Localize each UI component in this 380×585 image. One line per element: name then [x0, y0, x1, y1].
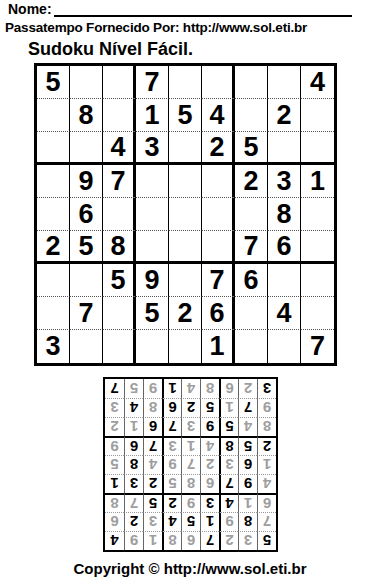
solution-cell-r7c9: 2 [105, 417, 124, 436]
puzzle-cell-r6c8: 6 [268, 231, 301, 264]
puzzle-cell-r9c2 [70, 330, 103, 363]
solution-cell-r6c3: 8 [219, 436, 238, 455]
puzzle-cell-r4c9: 1 [301, 165, 334, 198]
solution-cell-r5c1: 1 [257, 455, 276, 474]
puzzle-cell-r3c2 [70, 132, 103, 165]
puzzle-cell-r4c7: 2 [235, 165, 268, 198]
solution-cell-r6c8: 6 [124, 436, 143, 455]
puzzle-cell-r2c3 [103, 99, 136, 132]
puzzle-cell-r1c5 [169, 66, 202, 99]
solution-cell-r8c8: 4 [124, 398, 143, 417]
solution-cell-r5c2: 6 [238, 455, 257, 474]
solution-cell-r5c4: 2 [200, 455, 219, 474]
puzzle-cell-r4c8: 3 [268, 165, 301, 198]
puzzle-cell-r2c4: 1 [136, 99, 169, 132]
puzzle-cell-r9c7 [235, 330, 268, 363]
puzzle-cell-r2c5: 5 [169, 99, 202, 132]
solution-cell-r6c6: 3 [162, 436, 181, 455]
puzzle-cell-r1c4: 7 [136, 66, 169, 99]
puzzle-cell-r6c7: 7 [235, 231, 268, 264]
puzzle-cell-r7c9 [301, 264, 334, 297]
solution-cell-r5c6: 9 [162, 455, 181, 474]
solution-cell-r7c4: 9 [200, 417, 219, 436]
solution-cell-r1c1: 5 [257, 531, 276, 550]
solution-cell-r3c4: 3 [200, 493, 219, 512]
puzzle-cell-r7c1 [37, 264, 70, 297]
puzzle-cell-r3c5 [169, 132, 202, 165]
puzzle-cell-r6c6 [202, 231, 235, 264]
solution-cell-r4c3: 7 [219, 474, 238, 493]
solution-cell-r5c8: 8 [124, 455, 143, 474]
puzzle-cell-r5c1 [37, 198, 70, 231]
solution-cell-r9c6: 1 [162, 379, 181, 398]
puzzle-cell-r4c5 [169, 165, 202, 198]
puzzle-cell-r6c1: 2 [37, 231, 70, 264]
solution-cell-r5c7: 4 [143, 455, 162, 474]
solution-cell-r5c5: 7 [181, 455, 200, 474]
puzzle-cell-r9c1: 3 [37, 330, 70, 363]
puzzle-cell-r1c3 [103, 66, 136, 99]
solution-cell-r7c8: 1 [124, 417, 143, 436]
solution-cell-r1c4: 7 [200, 531, 219, 550]
puzzle-cell-r3c9 [301, 132, 334, 165]
puzzle-cell-r2c7 [235, 99, 268, 132]
puzzle-cell-r8c3 [103, 297, 136, 330]
puzzle-cell-r3c7: 5 [235, 132, 268, 165]
puzzle-cell-r2c1 [37, 99, 70, 132]
puzzle-cell-r6c3: 8 [103, 231, 136, 264]
puzzle-cell-r5c2: 6 [70, 198, 103, 231]
solution-cell-r9c7: 9 [143, 379, 162, 398]
solution-cell-r7c7: 6 [143, 417, 162, 436]
puzzle-cell-r2c8: 2 [268, 99, 301, 132]
puzzle-cell-r6c4 [136, 231, 169, 264]
puzzle-cell-r7c4: 9 [136, 264, 169, 297]
solution-cell-r8c4: 5 [200, 398, 219, 417]
solution-grid: 5327681947891543266143925784976852311632… [103, 377, 278, 552]
puzzle-cell-r8c4: 5 [136, 297, 169, 330]
solution-cell-r4c6: 5 [162, 474, 181, 493]
puzzle-cell-r1c1: 5 [37, 66, 70, 99]
puzzle-cell-r4c3: 7 [103, 165, 136, 198]
solution-cell-r2c8: 2 [124, 512, 143, 531]
puzzle-cell-r7c5 [169, 264, 202, 297]
puzzle-cell-r7c3: 5 [103, 264, 136, 297]
solution-cell-r1c5: 6 [181, 531, 200, 550]
solution-cell-r5c3: 3 [219, 455, 238, 474]
puzzle-cell-r9c4 [136, 330, 169, 363]
puzzle-cell-r4c6 [202, 165, 235, 198]
puzzle-cell-r5c6 [202, 198, 235, 231]
puzzle-cell-r3c8 [268, 132, 301, 165]
solution-cell-r8c5: 2 [181, 398, 200, 417]
puzzle-cell-r6c5 [169, 231, 202, 264]
solution-cell-r4c2: 9 [238, 474, 257, 493]
puzzle-cell-r7c7: 6 [235, 264, 268, 297]
solution-cell-r8c3: 1 [219, 398, 238, 417]
puzzle-cell-r8c8: 4 [268, 297, 301, 330]
solution-cell-r1c9: 4 [105, 531, 124, 550]
puzzle-cell-r8c6: 6 [202, 297, 235, 330]
puzzle-cell-r2c6: 4 [202, 99, 235, 132]
solution-cell-r6c1: 2 [257, 436, 276, 455]
solution-cell-r4c1: 4 [257, 474, 276, 493]
solution-cell-r8c1: 9 [257, 398, 276, 417]
puzzle-cell-r5c3 [103, 198, 136, 231]
solution-cell-r2c1: 7 [257, 512, 276, 531]
solution-cell-r1c3: 2 [219, 531, 238, 550]
puzzle-grid: 574815424325972316825876597675264317 [34, 63, 337, 366]
solution-cell-r9c2: 2 [238, 379, 257, 398]
puzzle-cell-r9c8 [268, 330, 301, 363]
solution-cell-r6c2: 5 [238, 436, 257, 455]
name-label: Nome: [8, 2, 52, 17]
solution-cell-r8c9: 3 [105, 398, 124, 417]
puzzle-cell-r5c7 [235, 198, 268, 231]
solution-cell-r9c1: 3 [257, 379, 276, 398]
solution-cell-r7c3: 5 [219, 417, 238, 436]
solution-cell-r3c6: 2 [162, 493, 181, 512]
solution-cell-r3c3: 4 [219, 493, 238, 512]
solution-cell-r9c9: 7 [105, 379, 124, 398]
puzzle-cell-r9c3 [103, 330, 136, 363]
solution-cell-r2c7: 3 [143, 512, 162, 531]
puzzle-cell-r7c8 [268, 264, 301, 297]
puzzle-cell-r8c9 [301, 297, 334, 330]
solution-cell-r4c8: 3 [124, 474, 143, 493]
puzzle-cell-r5c4 [136, 198, 169, 231]
solution-cell-r9c4: 8 [200, 379, 219, 398]
solution-cell-r8c7: 8 [143, 398, 162, 417]
solution-cell-r7c5: 3 [181, 417, 200, 436]
puzzle-cell-r7c6: 7 [202, 264, 235, 297]
puzzle-cell-r9c9: 7 [301, 330, 334, 363]
puzzle-cell-r8c2: 7 [70, 297, 103, 330]
puzzle-cell-r8c7 [235, 297, 268, 330]
puzzle-cell-r4c1 [37, 165, 70, 198]
solution-cell-r2c9: 6 [105, 512, 124, 531]
solution-cell-r7c2: 4 [238, 417, 257, 436]
solution-cell-r3c2: 1 [238, 493, 257, 512]
solution-cell-r1c6: 8 [162, 531, 181, 550]
solution-cell-r3c8: 7 [124, 493, 143, 512]
solution-cell-r3c1: 6 [257, 493, 276, 512]
solution-cell-r2c4: 1 [200, 512, 219, 531]
solution-cell-r3c7: 5 [143, 493, 162, 512]
solution-cell-r2c5: 5 [181, 512, 200, 531]
solution-cell-r4c4: 6 [200, 474, 219, 493]
solution-cell-r6c7: 7 [143, 436, 162, 455]
puzzle-cell-r7c2 [70, 264, 103, 297]
name-row: Nome: [8, 2, 352, 17]
puzzle-cell-r5c8: 8 [268, 198, 301, 231]
copyright-text: Copyright © http://www.sol.eti.br [0, 560, 380, 577]
puzzle-cell-r9c6: 1 [202, 330, 235, 363]
puzzle-cell-r2c2: 8 [70, 99, 103, 132]
solution-cell-r6c5: 1 [181, 436, 200, 455]
puzzle-cell-r1c9: 4 [301, 66, 334, 99]
puzzle-cell-r5c9 [301, 198, 334, 231]
solution-cell-r4c7: 2 [143, 474, 162, 493]
solution-cell-r2c6: 4 [162, 512, 181, 531]
puzzle-cell-r2c9 [301, 99, 334, 132]
puzzle-cell-r1c7 [235, 66, 268, 99]
solution-cell-r7c1: 8 [257, 417, 276, 436]
puzzle-cell-r3c1 [37, 132, 70, 165]
puzzle-cell-r6c2: 5 [70, 231, 103, 264]
solution-cell-r6c9: 9 [105, 436, 124, 455]
name-underline [54, 3, 352, 17]
page-title: Sudoku Nível Fácil. [28, 39, 193, 60]
puzzle-cell-r3c3: 4 [103, 132, 136, 165]
puzzle-cell-r1c2 [70, 66, 103, 99]
solution-cell-r8c2: 7 [238, 398, 257, 417]
provided-by-text: Passatempo Fornecido Por: http://www.sol… [5, 20, 307, 35]
solution-cell-r4c9: 1 [105, 474, 124, 493]
puzzle-cell-r1c6 [202, 66, 235, 99]
puzzle-cell-r1c8 [268, 66, 301, 99]
solution-cell-r1c8: 9 [124, 531, 143, 550]
solution-cell-r3c9: 8 [105, 493, 124, 512]
worksheet-page: Nome: Passatempo Fornecido Por: http://w… [0, 0, 380, 585]
solution-cell-r9c5: 4 [181, 379, 200, 398]
solution-cell-r8c6: 6 [162, 398, 181, 417]
solution-cell-r7c6: 7 [162, 417, 181, 436]
puzzle-cell-r5c5 [169, 198, 202, 231]
puzzle-cell-r9c5 [169, 330, 202, 363]
solution-cell-r2c3: 9 [219, 512, 238, 531]
solution-cell-r9c3: 6 [219, 379, 238, 398]
puzzle-cell-r8c1 [37, 297, 70, 330]
solution-cell-r1c7: 1 [143, 531, 162, 550]
solution-cell-r9c8: 5 [124, 379, 143, 398]
puzzle-cell-r8c5: 2 [169, 297, 202, 330]
solution-cell-r3c5: 9 [181, 493, 200, 512]
solution-cell-r6c4: 4 [200, 436, 219, 455]
solution-cell-r5c9: 5 [105, 455, 124, 474]
puzzle-cell-r3c4: 3 [136, 132, 169, 165]
solution-cell-r4c5: 8 [181, 474, 200, 493]
puzzle-cell-r6c9 [301, 231, 334, 264]
puzzle-cell-r3c6: 2 [202, 132, 235, 165]
puzzle-cell-r4c4 [136, 165, 169, 198]
solution-cell-r1c2: 3 [238, 531, 257, 550]
solution-cell-r2c2: 8 [238, 512, 257, 531]
puzzle-cell-r4c2: 9 [70, 165, 103, 198]
